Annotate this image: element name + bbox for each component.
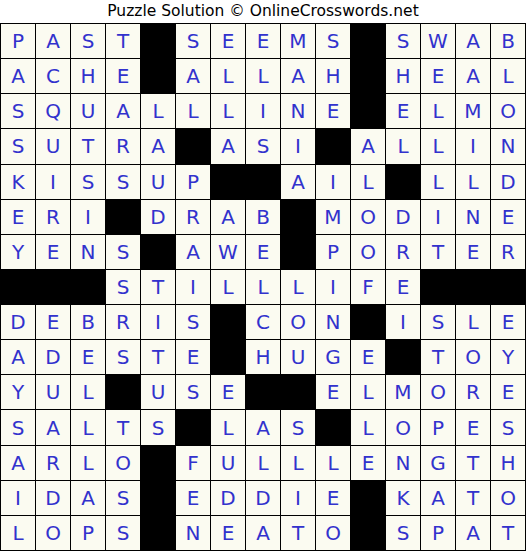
- letter-cell: E: [386, 270, 420, 304]
- letter-cell: O: [106, 446, 140, 480]
- letter-cell: T: [421, 235, 455, 269]
- letter-cell: D: [246, 481, 280, 515]
- letter-cell: D: [211, 481, 245, 515]
- letter-cell: E: [421, 59, 455, 93]
- letter-cell: N: [456, 200, 490, 234]
- letter-cell: O: [491, 481, 525, 515]
- letter-cell: A: [176, 59, 210, 93]
- letter-cell: I: [176, 270, 210, 304]
- letter-cell: C: [36, 59, 70, 93]
- letter-cell: R: [106, 129, 140, 163]
- letter-cell: L: [141, 94, 175, 128]
- letter-cell: Q: [36, 94, 70, 128]
- letter-cell: S: [176, 24, 210, 58]
- letter-cell: P: [176, 165, 210, 199]
- letter-cell: C: [246, 305, 280, 339]
- letter-cell: P: [71, 516, 105, 550]
- page-title: Puzzle Solution © OnlineCrosswords.net: [0, 0, 526, 23]
- letter-cell: I: [316, 270, 350, 304]
- black-cell: [246, 165, 280, 199]
- letter-cell: S: [106, 340, 140, 374]
- letter-cell: I: [246, 94, 280, 128]
- letter-cell: L: [176, 94, 210, 128]
- letter-cell: A: [211, 200, 245, 234]
- letter-cell: R: [386, 235, 420, 269]
- letter-cell: M: [316, 200, 350, 234]
- letter-cell: G: [316, 340, 350, 374]
- letter-cell: E: [176, 481, 210, 515]
- letter-cell: S: [386, 516, 420, 550]
- letter-cell: E: [351, 340, 385, 374]
- letter-cell: H: [71, 59, 105, 93]
- letter-cell: O: [351, 235, 385, 269]
- letter-cell: I: [281, 129, 315, 163]
- letter-cell: N: [316, 305, 350, 339]
- letter-cell: A: [1, 340, 35, 374]
- letter-cell: E: [316, 94, 350, 128]
- letter-cell: R: [36, 200, 70, 234]
- letter-cell: O: [316, 516, 350, 550]
- letter-cell: L: [491, 59, 525, 93]
- letter-cell: R: [456, 375, 490, 409]
- black-cell: [1, 270, 35, 304]
- letter-cell: M: [456, 94, 490, 128]
- letter-cell: S: [176, 375, 210, 409]
- black-cell: [106, 375, 140, 409]
- letter-cell: S: [106, 270, 140, 304]
- letter-cell: A: [71, 481, 105, 515]
- letter-cell: S: [1, 94, 35, 128]
- letter-cell: U: [36, 129, 70, 163]
- letter-cell: L: [246, 59, 280, 93]
- letter-cell: L: [71, 410, 105, 444]
- letter-cell: S: [71, 24, 105, 58]
- letter-cell: I: [141, 305, 175, 339]
- letter-cell: L: [351, 165, 385, 199]
- letter-cell: S: [316, 24, 350, 58]
- letter-cell: E: [176, 340, 210, 374]
- black-cell: [281, 200, 315, 234]
- black-cell: [386, 340, 420, 374]
- letter-cell: L: [211, 410, 245, 444]
- letter-cell: S: [106, 481, 140, 515]
- letter-cell: I: [71, 200, 105, 234]
- letter-cell: L: [281, 270, 315, 304]
- letter-cell: I: [281, 481, 315, 515]
- black-cell: [456, 270, 490, 304]
- letter-cell: A: [176, 235, 210, 269]
- letter-cell: I: [421, 200, 455, 234]
- letter-cell: L: [421, 94, 455, 128]
- letter-cell: L: [421, 165, 455, 199]
- letter-cell: A: [456, 24, 490, 58]
- letter-cell: L: [351, 375, 385, 409]
- letter-cell: S: [281, 410, 315, 444]
- letter-cell: A: [141, 129, 175, 163]
- letter-cell: S: [71, 165, 105, 199]
- black-cell: [316, 129, 350, 163]
- letter-cell: I: [36, 165, 70, 199]
- letter-cell: L: [211, 270, 245, 304]
- letter-cell: D: [386, 200, 420, 234]
- letter-cell: A: [246, 516, 280, 550]
- letter-cell: W: [211, 235, 245, 269]
- letter-cell: U: [141, 375, 175, 409]
- letter-cell: S: [106, 235, 140, 269]
- letter-cell: E: [351, 446, 385, 480]
- letter-cell: S: [421, 305, 455, 339]
- black-cell: [176, 129, 210, 163]
- letter-cell: H: [491, 446, 525, 480]
- letter-cell: O: [421, 375, 455, 409]
- letter-cell: E: [386, 94, 420, 128]
- letter-cell: E: [491, 375, 525, 409]
- letter-cell: K: [386, 481, 420, 515]
- letter-cell: S: [141, 410, 175, 444]
- letter-cell: L: [281, 446, 315, 480]
- black-cell: [176, 410, 210, 444]
- black-cell: [141, 481, 175, 515]
- letter-cell: P: [1, 24, 35, 58]
- letter-cell: H: [386, 59, 420, 93]
- letter-cell: U: [36, 375, 70, 409]
- letter-cell: P: [421, 516, 455, 550]
- black-cell: [351, 481, 385, 515]
- letter-cell: E: [456, 410, 490, 444]
- letter-cell: A: [1, 59, 35, 93]
- letter-cell: S: [106, 165, 140, 199]
- letter-cell: A: [211, 129, 245, 163]
- letter-cell: H: [316, 59, 350, 93]
- letter-cell: A: [281, 165, 315, 199]
- letter-cell: T: [491, 516, 525, 550]
- letter-cell: M: [281, 24, 315, 58]
- letter-cell: A: [351, 129, 385, 163]
- letter-cell: I: [386, 305, 420, 339]
- letter-cell: O: [456, 340, 490, 374]
- black-cell: [351, 59, 385, 93]
- letter-cell: T: [71, 129, 105, 163]
- letter-cell: S: [386, 24, 420, 58]
- letter-cell: R: [176, 200, 210, 234]
- letter-cell: N: [386, 446, 420, 480]
- black-cell: [421, 270, 455, 304]
- letter-cell: N: [71, 235, 105, 269]
- letter-cell: Y: [491, 340, 525, 374]
- letter-cell: N: [176, 516, 210, 550]
- letter-cell: A: [36, 410, 70, 444]
- letter-cell: L: [316, 446, 350, 480]
- black-cell: [36, 270, 70, 304]
- black-cell: [386, 165, 420, 199]
- letter-cell: A: [456, 516, 490, 550]
- letter-cell: A: [106, 94, 140, 128]
- letter-cell: E: [1, 200, 35, 234]
- black-cell: [246, 375, 280, 409]
- black-cell: [106, 200, 140, 234]
- puzzle-solution-page: Puzzle Solution © OnlineCrosswords.net P…: [0, 0, 526, 551]
- letter-cell: U: [281, 340, 315, 374]
- letter-cell: T: [141, 340, 175, 374]
- letter-cell: E: [316, 375, 350, 409]
- letter-cell: T: [456, 446, 490, 480]
- letter-cell: L: [246, 446, 280, 480]
- letter-cell: B: [71, 305, 105, 339]
- letter-cell: T: [106, 24, 140, 58]
- letter-cell: G: [421, 446, 455, 480]
- letter-cell: N: [281, 94, 315, 128]
- letter-cell: D: [36, 340, 70, 374]
- black-cell: [316, 410, 350, 444]
- letter-cell: E: [491, 305, 525, 339]
- black-cell: [141, 59, 175, 93]
- letter-cell: E: [491, 200, 525, 234]
- black-cell: [211, 340, 245, 374]
- letter-cell: P: [421, 410, 455, 444]
- letter-cell: T: [141, 270, 175, 304]
- letter-cell: S: [106, 516, 140, 550]
- letter-cell: L: [211, 59, 245, 93]
- letter-cell: N: [491, 129, 525, 163]
- black-cell: [281, 235, 315, 269]
- letter-cell: W: [421, 24, 455, 58]
- black-cell: [351, 516, 385, 550]
- letter-cell: T: [106, 410, 140, 444]
- letter-cell: U: [141, 165, 175, 199]
- letter-cell: D: [1, 305, 35, 339]
- black-cell: [351, 305, 385, 339]
- letter-cell: F: [351, 270, 385, 304]
- black-cell: [351, 94, 385, 128]
- letter-cell: R: [491, 235, 525, 269]
- letter-cell: S: [491, 410, 525, 444]
- letter-cell: A: [1, 446, 35, 480]
- black-cell: [141, 446, 175, 480]
- letter-cell: I: [1, 481, 35, 515]
- letter-cell: A: [246, 410, 280, 444]
- letter-cell: L: [246, 270, 280, 304]
- letter-cell: I: [456, 129, 490, 163]
- letter-cell: H: [246, 340, 280, 374]
- letter-cell: P: [316, 235, 350, 269]
- black-cell: [491, 270, 525, 304]
- letter-cell: S: [1, 129, 35, 163]
- letter-cell: D: [141, 200, 175, 234]
- letter-cell: F: [176, 446, 210, 480]
- letter-cell: A: [456, 59, 490, 93]
- black-cell: [351, 24, 385, 58]
- letter-cell: O: [36, 516, 70, 550]
- letter-cell: B: [491, 24, 525, 58]
- letter-cell: I: [316, 165, 350, 199]
- letter-cell: L: [351, 410, 385, 444]
- letter-cell: E: [71, 340, 105, 374]
- letter-cell: E: [456, 235, 490, 269]
- crossword-grid: PASTSEEMSSWABACHEALLAHHEALSQUALLLINEELMO…: [0, 23, 526, 551]
- letter-cell: E: [36, 305, 70, 339]
- letter-cell: U: [211, 446, 245, 480]
- letter-cell: E: [246, 235, 280, 269]
- letter-cell: L: [456, 165, 490, 199]
- black-cell: [141, 516, 175, 550]
- letter-cell: L: [71, 446, 105, 480]
- letter-cell: R: [106, 305, 140, 339]
- letter-cell: B: [246, 200, 280, 234]
- letter-cell: Y: [1, 375, 35, 409]
- black-cell: [141, 235, 175, 269]
- letter-cell: O: [491, 94, 525, 128]
- letter-cell: A: [421, 481, 455, 515]
- black-cell: [71, 270, 105, 304]
- letter-cell: L: [1, 516, 35, 550]
- black-cell: [211, 165, 245, 199]
- letter-cell: E: [106, 59, 140, 93]
- letter-cell: T: [456, 481, 490, 515]
- letter-cell: D: [36, 481, 70, 515]
- letter-cell: Y: [1, 235, 35, 269]
- letter-cell: L: [456, 305, 490, 339]
- letter-cell: A: [281, 59, 315, 93]
- letter-cell: E: [36, 235, 70, 269]
- letter-cell: O: [351, 200, 385, 234]
- letter-cell: E: [211, 24, 245, 58]
- letter-cell: A: [36, 24, 70, 58]
- letter-cell: U: [71, 94, 105, 128]
- letter-cell: L: [386, 129, 420, 163]
- letter-cell: D: [491, 165, 525, 199]
- letter-cell: T: [281, 516, 315, 550]
- letter-cell: S: [246, 129, 280, 163]
- letter-cell: E: [316, 481, 350, 515]
- letter-cell: L: [211, 94, 245, 128]
- letter-cell: E: [211, 375, 245, 409]
- letter-cell: S: [176, 305, 210, 339]
- letter-cell: E: [211, 516, 245, 550]
- letter-cell: S: [1, 410, 35, 444]
- letter-cell: R: [36, 446, 70, 480]
- black-cell: [141, 24, 175, 58]
- letter-cell: K: [1, 165, 35, 199]
- letter-cell: M: [386, 375, 420, 409]
- black-cell: [281, 375, 315, 409]
- black-cell: [211, 305, 245, 339]
- letter-cell: L: [71, 375, 105, 409]
- letter-cell: L: [421, 129, 455, 163]
- letter-cell: O: [386, 410, 420, 444]
- letter-cell: O: [281, 305, 315, 339]
- letter-cell: T: [421, 340, 455, 374]
- letter-cell: E: [246, 24, 280, 58]
